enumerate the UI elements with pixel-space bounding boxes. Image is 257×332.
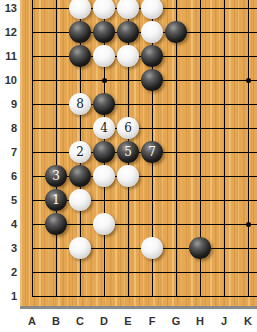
black-stone-f10[interactable] — [141, 69, 163, 91]
row-label-7: 7 — [0, 145, 17, 159]
white-stone-f3[interactable] — [141, 237, 163, 259]
column-label-b: B — [48, 314, 64, 328]
row-label-5: 5 — [0, 193, 17, 207]
black-stone-d7[interactable] — [93, 141, 115, 163]
go-board[interactable]: 84625731 — [20, 0, 257, 306]
white-stone-c7[interactable]: 2 — [69, 141, 91, 163]
row-label-2: 2 — [0, 265, 17, 279]
move-number-label: 6 — [124, 117, 132, 139]
column-label-h: H — [192, 314, 208, 328]
white-stone-d4[interactable] — [93, 213, 115, 235]
grid-line-horizontal — [32, 296, 257, 297]
grid-line-horizontal — [32, 272, 257, 273]
black-stone-e7[interactable]: 5 — [117, 141, 139, 163]
black-stone-c6[interactable] — [69, 165, 91, 187]
white-stone-d11[interactable] — [93, 45, 115, 67]
row-label-8: 8 — [0, 121, 17, 135]
black-stone-h3[interactable] — [189, 237, 211, 259]
move-number-label: 7 — [148, 141, 156, 163]
row-label-11: 11 — [0, 49, 17, 63]
row-label-13: 13 — [0, 1, 17, 15]
white-stone-e11[interactable] — [117, 45, 139, 67]
column-label-k: K — [240, 314, 256, 328]
column-label-a: A — [24, 314, 40, 328]
row-label-1: 1 — [0, 289, 17, 303]
column-label-e: E — [120, 314, 136, 328]
white-stone-e13[interactable] — [117, 0, 139, 19]
move-number-label: 2 — [76, 141, 84, 163]
row-label-12: 12 — [0, 25, 17, 39]
move-number-label: 1 — [52, 189, 60, 211]
white-stone-e8[interactable]: 6 — [117, 117, 139, 139]
white-stone-e6[interactable] — [117, 165, 139, 187]
black-stone-d9[interactable] — [93, 93, 115, 115]
black-stone-c12[interactable] — [69, 21, 91, 43]
go-board-diagram: 13121110987654321 84625731 ABCDEFGHJK — [0, 0, 257, 332]
white-stone-c9[interactable]: 8 — [69, 93, 91, 115]
column-labels: ABCDEFGHJK — [0, 309, 257, 332]
white-stone-f12[interactable] — [141, 21, 163, 43]
move-number-label: 3 — [52, 165, 60, 187]
black-stone-g12[interactable] — [165, 21, 187, 43]
black-stone-b4[interactable] — [45, 213, 67, 235]
white-stone-d6[interactable] — [93, 165, 115, 187]
black-stone-f11[interactable] — [141, 45, 163, 67]
row-label-6: 6 — [0, 169, 17, 183]
grid-line-vertical — [224, 0, 225, 297]
white-stone-d8[interactable]: 4 — [93, 117, 115, 139]
grid-line-vertical — [56, 0, 57, 297]
white-stone-c5[interactable] — [69, 189, 91, 211]
star-point — [102, 78, 107, 83]
move-number-label: 4 — [100, 117, 108, 139]
move-number-label: 5 — [124, 141, 132, 163]
star-point — [246, 222, 251, 227]
move-number-label: 8 — [76, 93, 84, 115]
row-label-10: 10 — [0, 73, 17, 87]
grid-line-vertical — [32, 0, 33, 297]
black-stone-d12[interactable] — [93, 21, 115, 43]
star-point — [246, 78, 251, 83]
column-label-d: D — [96, 314, 112, 328]
white-stone-f13[interactable] — [141, 0, 163, 19]
black-stone-b5[interactable]: 1 — [45, 189, 67, 211]
grid-line-vertical — [248, 0, 249, 297]
column-label-f: F — [144, 314, 160, 328]
white-stone-d13[interactable] — [93, 0, 115, 19]
black-stone-c11[interactable] — [69, 45, 91, 67]
row-label-9: 9 — [0, 97, 17, 111]
black-stone-b6[interactable]: 3 — [45, 165, 67, 187]
row-label-3: 3 — [0, 241, 17, 255]
black-stone-f7[interactable]: 7 — [141, 141, 163, 163]
row-label-4: 4 — [0, 217, 17, 231]
white-stone-c3[interactable] — [69, 237, 91, 259]
column-label-j: J — [216, 314, 232, 328]
column-label-c: C — [72, 314, 88, 328]
grid-line-horizontal — [32, 128, 257, 129]
row-labels: 13121110987654321 — [0, 0, 20, 306]
grid-line-horizontal — [32, 104, 257, 105]
black-stone-e12[interactable] — [117, 21, 139, 43]
column-label-g: G — [168, 314, 184, 328]
white-stone-c13[interactable] — [69, 0, 91, 19]
grid-line-vertical — [176, 0, 177, 297]
